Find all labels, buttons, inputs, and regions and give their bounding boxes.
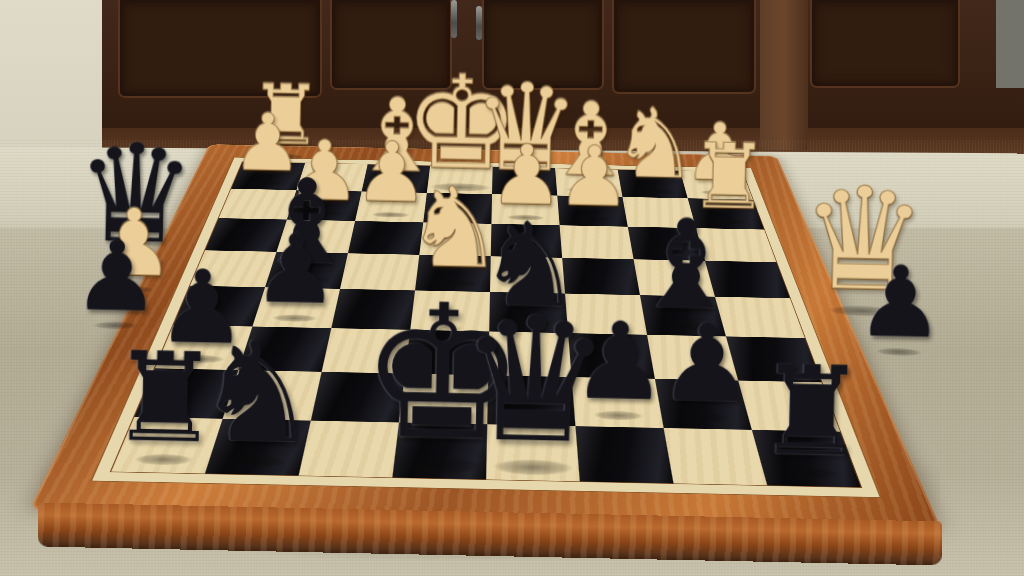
cabinet-handle-icon: [476, 6, 482, 40]
black-queen-glyph: ♛: [455, 293, 613, 469]
black-pawn-glyph: ♟: [657, 309, 755, 418]
black-pawn-glyph: ♟: [855, 253, 945, 353]
black-rook-glyph: ♜: [755, 349, 868, 475]
cabinet-door-panel: [614, 0, 754, 92]
black-pawn-glyph: ♟: [72, 227, 161, 326]
black-pawn-glyph: ♟: [251, 221, 339, 318]
cabinet-handle-icon: [451, 0, 457, 38]
cabinet-door-panel: [812, 0, 958, 86]
square-b8: [664, 428, 768, 485]
room-corner-shadow: [996, 0, 1024, 88]
black-knight-glyph: ♞: [193, 322, 320, 463]
